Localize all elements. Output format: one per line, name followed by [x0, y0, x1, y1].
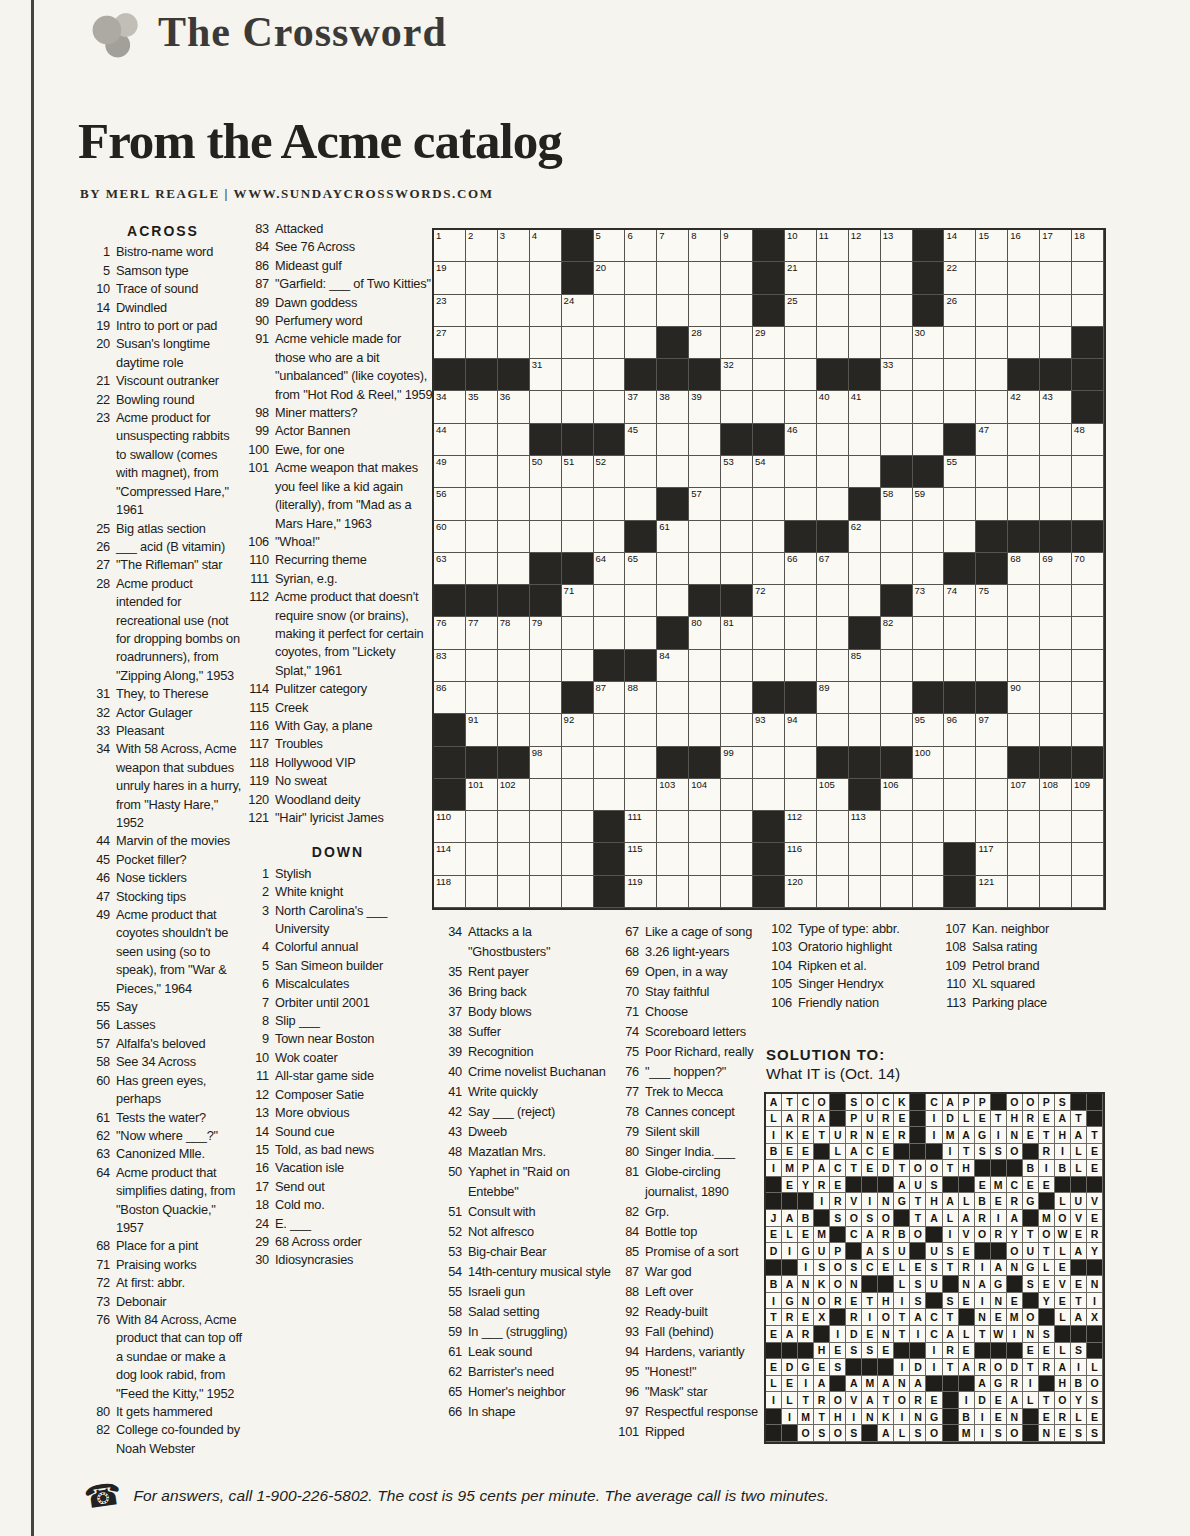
cell-r16c14[interactable] — [849, 714, 881, 746]
cell-r13c1[interactable]: 76 — [434, 617, 466, 649]
cell-r13c17[interactable] — [944, 617, 976, 649]
cell-r20c7[interactable]: 115 — [625, 843, 657, 875]
cell-r3c19[interactable] — [1008, 295, 1040, 327]
cell-r14c8[interactable]: 84 — [657, 650, 689, 682]
cell-r6c15[interactable] — [881, 391, 913, 423]
cell-r20c18[interactable]: 117 — [976, 843, 1008, 875]
cell-r7c7[interactable]: 45 — [625, 424, 657, 456]
cell-r11c9[interactable] — [689, 553, 721, 585]
cell-r18c9[interactable]: 104 — [689, 779, 721, 811]
cell-r4c12[interactable] — [785, 327, 817, 359]
cell-r8c1[interactable]: 49 — [434, 456, 466, 488]
cell-r16c2[interactable]: 91 — [466, 714, 498, 746]
cell-r13c7[interactable] — [625, 617, 657, 649]
cell-r12c5[interactable]: 71 — [562, 585, 594, 617]
cell-r16c4[interactable] — [530, 714, 562, 746]
cell-r4c9[interactable]: 28 — [689, 327, 721, 359]
cell-r6c8[interactable]: 38 — [657, 391, 689, 423]
cell-r4c17[interactable] — [944, 327, 976, 359]
cell-r20c14[interactable] — [849, 843, 881, 875]
cell-r9c11[interactable] — [753, 488, 785, 520]
cell-r14c18[interactable] — [976, 650, 1008, 682]
cell-r21c10[interactable] — [721, 876, 753, 908]
cell-r3c2[interactable] — [466, 295, 498, 327]
cell-r3c4[interactable] — [530, 295, 562, 327]
cell-r9c4[interactable] — [530, 488, 562, 520]
cell-r4c15[interactable] — [881, 327, 913, 359]
cell-r13c3[interactable]: 78 — [498, 617, 530, 649]
cell-r6c18[interactable] — [976, 391, 1008, 423]
cell-r20c3[interactable] — [498, 843, 530, 875]
cell-r2c15[interactable] — [881, 262, 913, 294]
cell-r6c2[interactable]: 35 — [466, 391, 498, 423]
cell-r5c16[interactable] — [913, 359, 945, 391]
cell-r7c8[interactable] — [657, 424, 689, 456]
cell-r18c2[interactable]: 101 — [466, 779, 498, 811]
cell-r19c14[interactable]: 113 — [849, 811, 881, 843]
cell-r8c17[interactable]: 55 — [944, 456, 976, 488]
cell-r15c20[interactable] — [1040, 682, 1072, 714]
cell-r19c7[interactable]: 111 — [625, 811, 657, 843]
cell-r10c1[interactable]: 60 — [434, 521, 466, 553]
cell-r9c15[interactable]: 58 — [881, 488, 913, 520]
cell-r8c18[interactable] — [976, 456, 1008, 488]
cell-r13c12[interactable] — [785, 617, 817, 649]
cell-r12c7[interactable] — [625, 585, 657, 617]
cell-r1c8[interactable]: 7 — [657, 230, 689, 262]
cell-r18c7[interactable] — [625, 779, 657, 811]
cell-r11c11[interactable] — [753, 553, 785, 585]
cell-r2c19[interactable] — [1008, 262, 1040, 294]
cell-r1c14[interactable]: 12 — [849, 230, 881, 262]
cell-r17c5[interactable] — [562, 747, 594, 779]
cell-r18c12[interactable] — [785, 779, 817, 811]
cell-r6c20[interactable]: 43 — [1040, 391, 1072, 423]
cell-r21c13[interactable] — [817, 876, 849, 908]
cell-r8c6[interactable]: 52 — [594, 456, 626, 488]
cell-r13c5[interactable] — [562, 617, 594, 649]
cell-r9c7[interactable] — [625, 488, 657, 520]
cell-r14c17[interactable] — [944, 650, 976, 682]
cell-r11c3[interactable] — [498, 553, 530, 585]
cell-r13c19[interactable] — [1008, 617, 1040, 649]
cell-r14c4[interactable] — [530, 650, 562, 682]
cell-r17c4[interactable]: 98 — [530, 747, 562, 779]
cell-r12c16[interactable]: 73 — [913, 585, 945, 617]
cell-r21c3[interactable] — [498, 876, 530, 908]
cell-r21c18[interactable]: 121 — [976, 876, 1008, 908]
cell-r8c20[interactable] — [1040, 456, 1072, 488]
cell-r18c18[interactable] — [976, 779, 1008, 811]
cell-r14c1[interactable]: 83 — [434, 650, 466, 682]
cell-r10c6[interactable] — [594, 521, 626, 553]
cell-r9c9[interactable]: 57 — [689, 488, 721, 520]
cell-r9c6[interactable] — [594, 488, 626, 520]
cell-r13c4[interactable]: 79 — [530, 617, 562, 649]
cell-r7c12[interactable]: 46 — [785, 424, 817, 456]
cell-r11c15[interactable] — [881, 553, 913, 585]
cell-r9c21[interactable] — [1072, 488, 1104, 520]
cell-r13c2[interactable]: 77 — [466, 617, 498, 649]
cell-r3c1[interactable]: 23 — [434, 295, 466, 327]
cell-r20c19[interactable] — [1008, 843, 1040, 875]
cell-r11c8[interactable] — [657, 553, 689, 585]
cell-r9c5[interactable] — [562, 488, 594, 520]
cell-r7c14[interactable] — [849, 424, 881, 456]
cell-r8c4[interactable]: 50 — [530, 456, 562, 488]
cell-r11c2[interactable] — [466, 553, 498, 585]
cell-r2c21[interactable] — [1072, 262, 1104, 294]
cell-r16c12[interactable]: 94 — [785, 714, 817, 746]
cell-r21c4[interactable] — [530, 876, 562, 908]
cell-r18c15[interactable]: 106 — [881, 779, 913, 811]
cell-r2c13[interactable] — [817, 262, 849, 294]
cell-r21c15[interactable] — [881, 876, 913, 908]
cell-r8c14[interactable] — [849, 456, 881, 488]
cell-r12c8[interactable] — [657, 585, 689, 617]
cell-r3c3[interactable] — [498, 295, 530, 327]
cell-r10c8[interactable]: 61 — [657, 521, 689, 553]
cell-r10c16[interactable] — [913, 521, 945, 553]
cell-r8c19[interactable] — [1008, 456, 1040, 488]
cell-r3c8[interactable] — [657, 295, 689, 327]
cell-r18c11[interactable] — [753, 779, 785, 811]
cell-r20c16[interactable] — [913, 843, 945, 875]
cell-r1c20[interactable]: 17 — [1040, 230, 1072, 262]
cell-r14c12[interactable] — [785, 650, 817, 682]
cell-r6c12[interactable] — [785, 391, 817, 423]
cell-r19c19[interactable] — [1008, 811, 1040, 843]
cell-r6c19[interactable]: 42 — [1008, 391, 1040, 423]
cell-r19c3[interactable] — [498, 811, 530, 843]
cell-r21c20[interactable] — [1040, 876, 1072, 908]
cell-r15c14[interactable] — [849, 682, 881, 714]
cell-r21c7[interactable]: 119 — [625, 876, 657, 908]
cell-r8c11[interactable]: 54 — [753, 456, 785, 488]
cell-r18c3[interactable]: 102 — [498, 779, 530, 811]
cell-r20c20[interactable] — [1040, 843, 1072, 875]
cell-r4c5[interactable] — [562, 327, 594, 359]
cell-r2c10[interactable] — [721, 262, 753, 294]
cell-r18c4[interactable] — [530, 779, 562, 811]
cell-r1c12[interactable]: 10 — [785, 230, 817, 262]
cell-r17c17[interactable] — [944, 747, 976, 779]
cell-r14c21[interactable] — [1072, 650, 1104, 682]
cell-r2c1[interactable]: 19 — [434, 262, 466, 294]
cell-r9c10[interactable] — [721, 488, 753, 520]
cell-r6c16[interactable] — [913, 391, 945, 423]
cell-r21c5[interactable] — [562, 876, 594, 908]
cell-r12c18[interactable]: 75 — [976, 585, 1008, 617]
cell-r14c19[interactable] — [1008, 650, 1040, 682]
cell-r4c19[interactable] — [1008, 327, 1040, 359]
cell-r19c12[interactable]: 112 — [785, 811, 817, 843]
cell-r14c14[interactable]: 85 — [849, 650, 881, 682]
cell-r13c10[interactable]: 81 — [721, 617, 753, 649]
cell-r7c19[interactable] — [1008, 424, 1040, 456]
cell-r17c12[interactable] — [785, 747, 817, 779]
cell-r11c19[interactable]: 68 — [1008, 553, 1040, 585]
cell-r18c20[interactable]: 108 — [1040, 779, 1072, 811]
cell-r13c20[interactable] — [1040, 617, 1072, 649]
cell-r4c4[interactable] — [530, 327, 562, 359]
cell-r19c15[interactable] — [881, 811, 913, 843]
cell-r13c16[interactable] — [913, 617, 945, 649]
cell-r3c9[interactable] — [689, 295, 721, 327]
cell-r19c10[interactable] — [721, 811, 753, 843]
cell-r16c5[interactable]: 92 — [562, 714, 594, 746]
cell-r21c9[interactable] — [689, 876, 721, 908]
cell-r16c16[interactable]: 95 — [913, 714, 945, 746]
cell-r11c13[interactable]: 67 — [817, 553, 849, 585]
cell-r1c1[interactable]: 1 — [434, 230, 466, 262]
cell-r13c21[interactable] — [1072, 617, 1104, 649]
cell-r9c12[interactable] — [785, 488, 817, 520]
cell-r9c19[interactable] — [1008, 488, 1040, 520]
cell-r17c16[interactable]: 100 — [913, 747, 945, 779]
cell-r19c20[interactable] — [1040, 811, 1072, 843]
cell-r13c6[interactable] — [594, 617, 626, 649]
cell-r12c14[interactable] — [849, 585, 881, 617]
cell-r8c9[interactable] — [689, 456, 721, 488]
cell-r8c21[interactable] — [1072, 456, 1104, 488]
cell-r16c13[interactable] — [817, 714, 849, 746]
cell-r15c1[interactable]: 86 — [434, 682, 466, 714]
cell-r8c2[interactable] — [466, 456, 498, 488]
cell-r19c2[interactable] — [466, 811, 498, 843]
cell-r7c21[interactable]: 48 — [1072, 424, 1104, 456]
cell-r10c5[interactable] — [562, 521, 594, 553]
cell-r9c20[interactable] — [1040, 488, 1072, 520]
cell-r18c13[interactable]: 105 — [817, 779, 849, 811]
cell-r14c3[interactable] — [498, 650, 530, 682]
cell-r18c17[interactable] — [944, 779, 976, 811]
cell-r21c12[interactable]: 120 — [785, 876, 817, 908]
cell-r19c5[interactable] — [562, 811, 594, 843]
cell-r4c3[interactable] — [498, 327, 530, 359]
cell-r19c16[interactable] — [913, 811, 945, 843]
cell-r2c6[interactable]: 20 — [594, 262, 626, 294]
cell-r4c11[interactable]: 29 — [753, 327, 785, 359]
cell-r4c20[interactable] — [1040, 327, 1072, 359]
cell-r8c10[interactable]: 53 — [721, 456, 753, 488]
cell-r21c19[interactable] — [1008, 876, 1040, 908]
cell-r3c5[interactable]: 24 — [562, 295, 594, 327]
cell-r1c2[interactable]: 2 — [466, 230, 498, 262]
cell-r5c11[interactable] — [753, 359, 785, 391]
cell-r5c18[interactable] — [976, 359, 1008, 391]
cell-r1c13[interactable]: 11 — [817, 230, 849, 262]
cell-r4c14[interactable] — [849, 327, 881, 359]
cell-r19c18[interactable] — [976, 811, 1008, 843]
cell-r4c16[interactable]: 30 — [913, 327, 945, 359]
cell-r7c20[interactable] — [1040, 424, 1072, 456]
cell-r16c21[interactable] — [1072, 714, 1104, 746]
cell-r11c10[interactable] — [721, 553, 753, 585]
cell-r15c2[interactable] — [466, 682, 498, 714]
cell-r21c2[interactable] — [466, 876, 498, 908]
cell-r20c9[interactable] — [689, 843, 721, 875]
cell-r17c6[interactable] — [594, 747, 626, 779]
cell-r3c12[interactable]: 25 — [785, 295, 817, 327]
cell-r15c9[interactable] — [689, 682, 721, 714]
cell-r1c21[interactable]: 18 — [1072, 230, 1104, 262]
cell-r15c19[interactable]: 90 — [1008, 682, 1040, 714]
cell-r2c3[interactable] — [498, 262, 530, 294]
cell-r14c10[interactable] — [721, 650, 753, 682]
cell-r19c13[interactable] — [817, 811, 849, 843]
cell-r3c18[interactable] — [976, 295, 1008, 327]
cell-r21c1[interactable]: 118 — [434, 876, 466, 908]
cell-r10c14[interactable]: 62 — [849, 521, 881, 553]
cell-r16c9[interactable] — [689, 714, 721, 746]
cell-r19c1[interactable]: 110 — [434, 811, 466, 843]
cell-r16c10[interactable] — [721, 714, 753, 746]
cell-r12c6[interactable] — [594, 585, 626, 617]
cell-r15c21[interactable] — [1072, 682, 1104, 714]
cell-r20c12[interactable]: 116 — [785, 843, 817, 875]
cell-r5c12[interactable] — [785, 359, 817, 391]
cell-r16c3[interactable] — [498, 714, 530, 746]
cell-r6c4[interactable] — [530, 391, 562, 423]
cell-r11c12[interactable]: 66 — [785, 553, 817, 585]
cell-r20c21[interactable] — [1072, 843, 1104, 875]
cell-r14c15[interactable] — [881, 650, 913, 682]
cell-r8c5[interactable]: 51 — [562, 456, 594, 488]
cell-r9c2[interactable] — [466, 488, 498, 520]
cell-r8c7[interactable] — [625, 456, 657, 488]
cell-r2c18[interactable] — [976, 262, 1008, 294]
cell-r4c6[interactable] — [594, 327, 626, 359]
cell-r1c19[interactable]: 16 — [1008, 230, 1040, 262]
cell-r16c7[interactable] — [625, 714, 657, 746]
cell-r3c15[interactable] — [881, 295, 913, 327]
cell-r14c2[interactable] — [466, 650, 498, 682]
cell-r16c11[interactable]: 93 — [753, 714, 785, 746]
cell-r8c13[interactable] — [817, 456, 849, 488]
cell-r16c6[interactable] — [594, 714, 626, 746]
cell-r1c3[interactable]: 3 — [498, 230, 530, 262]
cell-r7c13[interactable] — [817, 424, 849, 456]
cell-r19c17[interactable] — [944, 811, 976, 843]
cell-r6c10[interactable] — [721, 391, 753, 423]
cell-r20c15[interactable] — [881, 843, 913, 875]
cell-r11c20[interactable]: 69 — [1040, 553, 1072, 585]
cell-r5c4[interactable]: 31 — [530, 359, 562, 391]
cell-r3c13[interactable] — [817, 295, 849, 327]
cell-r1c15[interactable]: 13 — [881, 230, 913, 262]
cell-r6c13[interactable]: 40 — [817, 391, 849, 423]
cell-r18c5[interactable] — [562, 779, 594, 811]
cell-r5c5[interactable] — [562, 359, 594, 391]
cell-r21c8[interactable] — [657, 876, 689, 908]
cell-r10c9[interactable] — [689, 521, 721, 553]
cell-r14c9[interactable] — [689, 650, 721, 682]
cell-r1c4[interactable]: 4 — [530, 230, 562, 262]
cell-r16c15[interactable] — [881, 714, 913, 746]
cell-r8c8[interactable] — [657, 456, 689, 488]
cell-r3c7[interactable] — [625, 295, 657, 327]
cell-r20c8[interactable] — [657, 843, 689, 875]
cell-r15c7[interactable]: 88 — [625, 682, 657, 714]
cell-r14c20[interactable] — [1040, 650, 1072, 682]
cell-r11c16[interactable] — [913, 553, 945, 585]
cell-r7c2[interactable] — [466, 424, 498, 456]
cell-r2c4[interactable] — [530, 262, 562, 294]
cell-r13c15[interactable]: 82 — [881, 617, 913, 649]
cell-r1c9[interactable]: 8 — [689, 230, 721, 262]
cell-r17c18[interactable] — [976, 747, 1008, 779]
cell-r15c3[interactable] — [498, 682, 530, 714]
cell-r19c8[interactable] — [657, 811, 689, 843]
cell-r14c13[interactable] — [817, 650, 849, 682]
cell-r13c18[interactable] — [976, 617, 1008, 649]
cell-r19c21[interactable] — [1072, 811, 1104, 843]
cell-r2c14[interactable] — [849, 262, 881, 294]
cell-r20c10[interactable] — [721, 843, 753, 875]
cell-r14c5[interactable] — [562, 650, 594, 682]
cell-r11c14[interactable] — [849, 553, 881, 585]
cell-r17c7[interactable] — [625, 747, 657, 779]
cell-r10c3[interactable] — [498, 521, 530, 553]
cell-r6c9[interactable]: 39 — [689, 391, 721, 423]
cell-r6c14[interactable]: 41 — [849, 391, 881, 423]
cell-r2c20[interactable] — [1040, 262, 1072, 294]
cell-r2c2[interactable] — [466, 262, 498, 294]
cell-r13c9[interactable]: 80 — [689, 617, 721, 649]
cell-r3c21[interactable] — [1072, 295, 1104, 327]
cell-r13c13[interactable] — [817, 617, 849, 649]
cell-r14c11[interactable] — [753, 650, 785, 682]
cell-r15c15[interactable] — [881, 682, 913, 714]
cell-r1c17[interactable]: 14 — [944, 230, 976, 262]
cell-r16c19[interactable] — [1008, 714, 1040, 746]
cell-r1c18[interactable]: 15 — [976, 230, 1008, 262]
cell-r16c18[interactable]: 97 — [976, 714, 1008, 746]
cell-r9c18[interactable] — [976, 488, 1008, 520]
cell-r2c17[interactable]: 22 — [944, 262, 976, 294]
cell-r15c8[interactable] — [657, 682, 689, 714]
cell-r2c9[interactable] — [689, 262, 721, 294]
cell-r10c11[interactable] — [753, 521, 785, 553]
cell-r6c17[interactable] — [944, 391, 976, 423]
cell-r20c5[interactable] — [562, 843, 594, 875]
cell-r4c2[interactable] — [466, 327, 498, 359]
cell-r16c20[interactable] — [1040, 714, 1072, 746]
cell-r2c7[interactable] — [625, 262, 657, 294]
cell-r4c10[interactable] — [721, 327, 753, 359]
cell-r7c3[interactable] — [498, 424, 530, 456]
cell-r10c2[interactable] — [466, 521, 498, 553]
cell-r5c6[interactable] — [594, 359, 626, 391]
cell-r9c3[interactable] — [498, 488, 530, 520]
cell-r15c10[interactable] — [721, 682, 753, 714]
cell-r10c15[interactable] — [881, 521, 913, 553]
cell-r11c1[interactable]: 63 — [434, 553, 466, 585]
cell-r20c4[interactable] — [530, 843, 562, 875]
cell-r4c1[interactable]: 27 — [434, 327, 466, 359]
cell-r8c3[interactable] — [498, 456, 530, 488]
cell-r7c1[interactable]: 44 — [434, 424, 466, 456]
cell-r3c6[interactable] — [594, 295, 626, 327]
cell-r11c6[interactable]: 64 — [594, 553, 626, 585]
cell-r5c10[interactable]: 32 — [721, 359, 753, 391]
cell-r7c18[interactable]: 47 — [976, 424, 1008, 456]
cell-r2c12[interactable]: 21 — [785, 262, 817, 294]
cell-r19c4[interactable] — [530, 811, 562, 843]
cell-r6c1[interactable]: 34 — [434, 391, 466, 423]
cell-r18c19[interactable]: 107 — [1008, 779, 1040, 811]
